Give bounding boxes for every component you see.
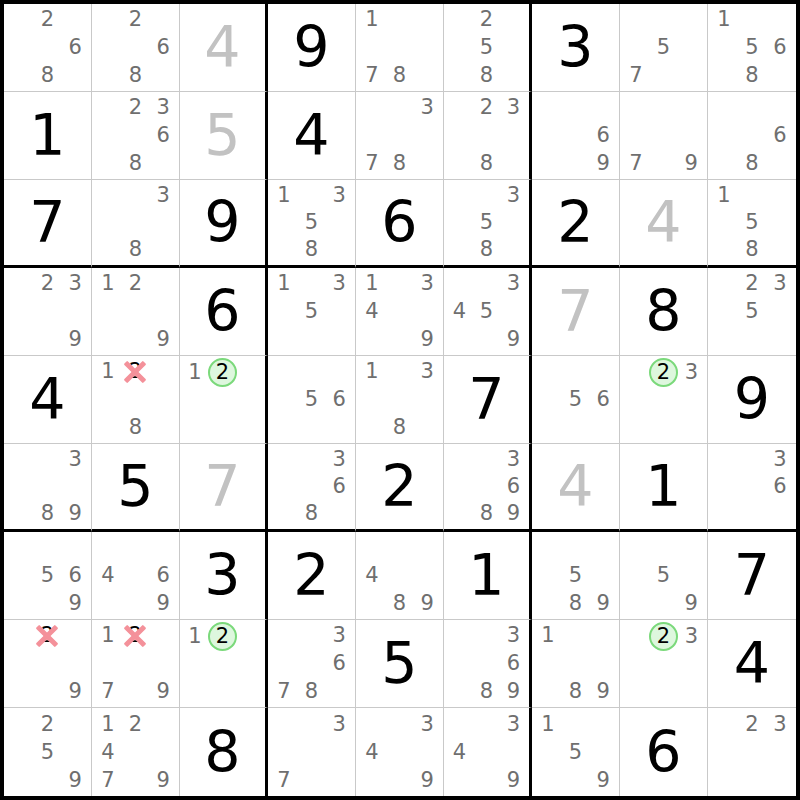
cell-r7c6[interactable]: 1 [444, 532, 532, 620]
candidate-9: 9 [61, 500, 89, 527]
cell-r5c7[interactable]: 56 [532, 356, 620, 444]
candidate-3: 3 [500, 446, 527, 473]
candidate-3: 3 [325, 182, 353, 209]
placed-digit: 7 [29, 194, 65, 251]
sudoku-board: 2682684917825835715681236854378238697968… [0, 0, 800, 800]
candidate-2: 2 [738, 270, 766, 298]
cell-r8c5[interactable]: 5 [356, 620, 444, 708]
candidate-9: 9 [149, 766, 177, 794]
candidate-9: 9 [413, 325, 441, 353]
candidate-8: 8 [386, 149, 414, 177]
placed-digit: 6 [204, 283, 240, 340]
candidate-2: 2 [122, 710, 150, 738]
candidate-1: 1 [270, 270, 298, 298]
cell-r6c8[interactable]: 1 [620, 444, 708, 532]
placed-digit: 8 [204, 724, 240, 781]
placed-digit: 2 [293, 547, 329, 604]
cell-r3c4[interactable]: 1358 [268, 180, 356, 268]
cell-r2c3[interactable]: 5 [180, 92, 268, 180]
candidate-3: 3 [413, 710, 441, 738]
candidate-3: 3 [413, 358, 441, 386]
candidate-6: 6 [61, 34, 89, 62]
candidate-4: 4 [94, 738, 122, 766]
candidate-grid: 178 [358, 6, 441, 89]
placed-digit: 2 [557, 194, 593, 251]
candidate-5: 5 [562, 738, 590, 766]
candidate-6: 6 [149, 562, 177, 590]
cell-r9c6[interactable]: 349 [444, 708, 532, 796]
candidate-5: 5 [650, 562, 678, 590]
candidate-5: 5 [473, 209, 500, 236]
cell-r4c5[interactable]: 1349 [356, 268, 444, 356]
candidate-8: 8 [122, 149, 150, 177]
candidate-grid: 3678 [270, 622, 353, 705]
candidate-1: 1 [94, 358, 122, 386]
cell-r5c6[interactable]: 7 [444, 356, 532, 444]
candidate-8: 8 [473, 677, 500, 705]
candidate-1: 1 [94, 710, 122, 738]
candidate-8: 8 [34, 500, 62, 527]
placed-digit: 8 [645, 283, 681, 340]
candidate-3: 3 [325, 446, 353, 473]
cell-r8c8[interactable]: 23 [620, 620, 708, 708]
candidate-5: 5 [34, 738, 62, 766]
candidate-3: 3 [678, 622, 705, 651]
candidate-2: 2 [208, 622, 237, 651]
candidate-7: 7 [94, 677, 122, 705]
candidate-2: 2 [122, 94, 150, 122]
cell-r8c9[interactable]: 4 [708, 620, 796, 708]
candidate-7: 7 [358, 149, 386, 177]
candidate-grid: 378 [358, 94, 441, 177]
cell-r4c9[interactable]: 235 [708, 268, 796, 356]
cell-r9c9[interactable]: 23 [708, 708, 796, 796]
placed-digit: 3 [557, 19, 593, 76]
cell-r6c7[interactable]: 4 [532, 444, 620, 532]
candidate-8: 8 [473, 149, 500, 177]
candidate-1: 1 [182, 622, 208, 651]
cell-r2c9[interactable]: 68 [708, 92, 796, 180]
candidate-2: 2 [34, 6, 62, 34]
cell-r5c1[interactable]: 4 [4, 356, 92, 444]
cell-r2c1[interactable]: 1 [4, 92, 92, 180]
candidate-9: 9 [413, 589, 441, 617]
cell-r2c2[interactable]: 2368 [92, 92, 180, 180]
circled-candidate: 2 [208, 358, 237, 387]
candidate-3: 3 [766, 710, 794, 738]
candidate-1: 1 [710, 6, 738, 34]
cell-r5c4[interactable]: 56 [268, 356, 356, 444]
candidate-1: 1 [270, 182, 298, 209]
placed-digit: 6 [645, 724, 681, 781]
candidate-6: 6 [325, 386, 353, 414]
candidate-8: 8 [122, 413, 150, 441]
candidate-9: 9 [500, 500, 527, 527]
candidate-3: 3 [325, 270, 353, 298]
cell-r6c3[interactable]: 7 [180, 444, 268, 532]
candidate-1: 1 [94, 622, 122, 650]
candidate-5: 5 [473, 298, 500, 326]
cell-r9c2[interactable]: 12479 [92, 708, 180, 796]
candidate-grid: 79 [622, 94, 705, 177]
solved-digit: 7 [204, 458, 240, 515]
candidate-1: 1 [358, 270, 386, 298]
placed-digit: 7 [734, 547, 770, 604]
cell-r1c1[interactable]: 268 [4, 4, 92, 92]
candidate-grid: 128 [94, 358, 177, 441]
candidate-3: 3 [500, 710, 527, 738]
candidate-grid: 129 [94, 270, 177, 353]
candidate-grid: 389 [6, 446, 89, 527]
candidate-3: 3 [413, 94, 441, 122]
candidate-2: 2 [34, 710, 62, 738]
placed-digit: 2 [381, 458, 417, 515]
candidate-6: 6 [61, 562, 89, 590]
candidate-5: 5 [473, 34, 500, 62]
candidate-grid: 2368 [94, 94, 177, 177]
placed-digit: 5 [381, 635, 417, 692]
placed-digit: 4 [293, 107, 329, 164]
candidate-3: 3 [766, 446, 794, 473]
placed-digit: 9 [734, 371, 770, 428]
cell-r8c2[interactable]: 1279 [92, 620, 180, 708]
solved-digit: 4 [645, 194, 681, 251]
candidate-grid: 69 [534, 94, 617, 177]
candidate-6: 6 [325, 473, 353, 500]
cell-r7c4[interactable]: 2 [268, 532, 356, 620]
cell-r3c8[interactable]: 4 [620, 180, 708, 268]
candidate-grid: 1568 [710, 6, 794, 89]
candidate-9: 9 [500, 766, 527, 794]
cell-r9c1[interactable]: 259 [4, 708, 92, 796]
placed-digit: 5 [117, 458, 153, 515]
candidate-9: 9 [413, 766, 441, 794]
cell-r1c6[interactable]: 258 [444, 4, 532, 92]
candidate-3: 3 [149, 94, 177, 122]
circled-candidate: 2 [649, 358, 678, 387]
candidate-grid: 569 [6, 534, 89, 617]
candidate-1: 1 [94, 270, 122, 298]
candidate-8: 8 [473, 61, 500, 89]
candidate-grid: 36 [710, 446, 794, 527]
candidate-9: 9 [500, 325, 527, 353]
candidate-3: 3 [413, 270, 441, 298]
cell-r1c8[interactable]: 57 [620, 4, 708, 92]
candidate-2: 2 [649, 622, 678, 651]
cell-r9c8[interactable]: 6 [620, 708, 708, 796]
cell-r7c7[interactable]: 589 [532, 532, 620, 620]
cell-r7c8[interactable]: 59 [620, 532, 708, 620]
cell-r1c2[interactable]: 268 [92, 4, 180, 92]
candidate-grid: 12 [182, 358, 263, 441]
cell-r9c3[interactable]: 8 [180, 708, 268, 796]
candidate-9: 9 [677, 589, 705, 617]
candidate-8: 8 [122, 236, 150, 263]
cell-r5c2[interactable]: 128 [92, 356, 180, 444]
cell-r3c5[interactable]: 6 [356, 180, 444, 268]
candidate-3: 3 [61, 270, 89, 298]
cell-r4c4[interactable]: 135 [268, 268, 356, 356]
candidate-grid: 3689 [446, 622, 527, 705]
candidate-9: 9 [61, 766, 89, 794]
candidate-grid: 589 [534, 534, 617, 617]
candidate-8: 8 [34, 61, 62, 89]
candidate-8: 8 [473, 500, 500, 527]
candidate-7: 7 [622, 61, 650, 89]
placed-digit: 7 [468, 371, 504, 428]
placed-digit: 4 [29, 371, 65, 428]
cell-r8c7[interactable]: 189 [532, 620, 620, 708]
candidate-9: 9 [61, 677, 89, 705]
candidate-2: 2 [34, 622, 62, 650]
candidate-9: 9 [61, 325, 89, 353]
candidate-grid: 1358 [270, 182, 353, 263]
placed-digit: 1 [29, 107, 65, 164]
cell-r7c1[interactable]: 569 [4, 532, 92, 620]
cell-r6c1[interactable]: 389 [4, 444, 92, 532]
cell-r4c8[interactable]: 8 [620, 268, 708, 356]
candidate-6: 6 [149, 34, 177, 62]
candidate-3: 3 [325, 622, 353, 650]
placed-digit: 1 [468, 547, 504, 604]
cell-r3c6[interactable]: 358 [444, 180, 532, 268]
cell-r7c5[interactable]: 489 [356, 532, 444, 620]
cell-r3c1[interactable]: 7 [4, 180, 92, 268]
candidate-grid: 37 [270, 710, 353, 794]
candidate-8: 8 [298, 677, 326, 705]
placed-digit: 1 [645, 458, 681, 515]
candidate-6: 6 [500, 650, 527, 678]
cell-r9c7[interactable]: 159 [532, 708, 620, 796]
solved-digit: 7 [557, 283, 593, 340]
solved-digit: 4 [557, 458, 593, 515]
candidate-9: 9 [61, 589, 89, 617]
cell-r6c2[interactable]: 5 [92, 444, 180, 532]
candidate-4: 4 [358, 298, 386, 326]
cell-r1c5[interactable]: 178 [356, 4, 444, 92]
candidate-7: 7 [358, 61, 386, 89]
candidate-7: 7 [94, 766, 122, 794]
cell-r6c5[interactable]: 2 [356, 444, 444, 532]
candidate-1: 1 [534, 710, 562, 738]
candidate-3: 3 [325, 710, 353, 738]
cell-r5c9[interactable]: 9 [708, 356, 796, 444]
cell-r5c8[interactable]: 23 [620, 356, 708, 444]
candidate-8: 8 [386, 61, 414, 89]
cell-r1c4[interactable]: 9 [268, 4, 356, 92]
candidate-grid: 68 [710, 94, 794, 177]
cell-r9c5[interactable]: 349 [356, 708, 444, 796]
cell-r3c9[interactable]: 158 [708, 180, 796, 268]
candidate-2: 2 [208, 358, 237, 387]
candidate-8: 8 [562, 677, 590, 705]
solved-digit: 5 [204, 107, 240, 164]
candidate-grid: 12479 [94, 710, 177, 794]
candidate-3: 3 [61, 446, 89, 473]
candidate-7: 7 [270, 677, 298, 705]
candidate-grid: 189 [534, 622, 617, 705]
cell-r2c7[interactable]: 69 [532, 92, 620, 180]
candidate-grid: 349 [446, 710, 527, 794]
candidate-8: 8 [122, 61, 150, 89]
cell-r9c4[interactable]: 37 [268, 708, 356, 796]
candidate-grid: 38 [94, 182, 177, 263]
candidate-2: 2 [649, 358, 678, 387]
candidate-2: 2 [473, 94, 500, 122]
candidate-9: 9 [149, 677, 177, 705]
candidate-1: 1 [358, 358, 386, 386]
placed-digit: 9 [204, 194, 240, 251]
candidate-grid: 59 [622, 534, 705, 617]
cell-r4c2[interactable]: 129 [92, 268, 180, 356]
cell-r2c6[interactable]: 238 [444, 92, 532, 180]
candidate-grid: 3689 [446, 446, 527, 527]
candidate-grid: 135 [270, 270, 353, 353]
candidate-9: 9 [589, 589, 617, 617]
cell-r8c6[interactable]: 3689 [444, 620, 532, 708]
placed-digit: 4 [734, 635, 770, 692]
cell-r8c3[interactable]: 12 [180, 620, 268, 708]
candidate-grid: 23 [622, 358, 705, 441]
candidate-grid: 238 [446, 94, 527, 177]
candidate-grid: 258 [446, 6, 527, 89]
candidate-1: 1 [710, 182, 738, 209]
candidate-9: 9 [589, 149, 617, 177]
candidate-2: 2 [34, 270, 62, 298]
candidate-9: 9 [589, 677, 617, 705]
placed-digit: 9 [293, 19, 329, 76]
candidate-7: 7 [270, 766, 298, 794]
cell-r4c3[interactable]: 6 [180, 268, 268, 356]
candidate-grid: 268 [94, 6, 177, 89]
candidate-grid: 489 [358, 534, 441, 617]
candidate-7: 7 [622, 149, 650, 177]
candidate-8: 8 [298, 236, 326, 263]
cell-r5c5[interactable]: 138 [356, 356, 444, 444]
candidate-9: 9 [149, 589, 177, 617]
candidate-grid: 56 [270, 358, 353, 441]
candidate-4: 4 [358, 562, 386, 590]
candidate-grid: 138 [358, 358, 441, 441]
candidate-9: 9 [589, 766, 617, 794]
cell-r2c4[interactable]: 4 [268, 92, 356, 180]
candidate-grid: 12 [182, 622, 263, 705]
circled-candidate: 2 [208, 622, 237, 651]
cell-r7c9[interactable]: 7 [708, 532, 796, 620]
candidate-5: 5 [298, 209, 326, 236]
cell-r3c3[interactable]: 9 [180, 180, 268, 268]
candidate-5: 5 [562, 386, 590, 414]
candidate-grid: 3459 [446, 270, 527, 353]
candidate-1: 1 [358, 6, 386, 34]
candidate-5: 5 [34, 562, 62, 590]
cell-r4c7[interactable]: 7 [532, 268, 620, 356]
candidate-6: 6 [589, 122, 617, 150]
candidate-6: 6 [149, 122, 177, 150]
cell-r2c8[interactable]: 79 [620, 92, 708, 180]
placed-digit: 6 [381, 194, 417, 251]
cell-r6c6[interactable]: 3689 [444, 444, 532, 532]
candidate-3: 3 [766, 270, 794, 298]
cell-r4c6[interactable]: 3459 [444, 268, 532, 356]
cell-r1c3[interactable]: 4 [180, 4, 268, 92]
candidate-2: 2 [122, 622, 150, 650]
candidate-8: 8 [738, 236, 766, 263]
candidate-3: 3 [149, 182, 177, 209]
cell-r6c4[interactable]: 368 [268, 444, 356, 532]
cell-r3c7[interactable]: 2 [532, 180, 620, 268]
candidate-8: 8 [738, 61, 766, 89]
cell-r7c2[interactable]: 469 [92, 532, 180, 620]
candidate-grid: 259 [6, 710, 89, 794]
circled-candidate: 2 [649, 622, 678, 651]
cell-r5c3[interactable]: 12 [180, 356, 268, 444]
candidate-3: 3 [500, 270, 527, 298]
candidate-6: 6 [766, 34, 794, 62]
cell-r7c3[interactable]: 3 [180, 532, 268, 620]
candidate-5: 5 [650, 34, 678, 62]
cell-r2c5[interactable]: 378 [356, 92, 444, 180]
candidate-9: 9 [677, 149, 705, 177]
candidate-grid: 23 [710, 710, 794, 794]
candidate-5: 5 [298, 298, 326, 326]
cell-r1c7[interactable]: 3 [532, 4, 620, 92]
candidate-3: 3 [500, 622, 527, 650]
cell-r8c4[interactable]: 3678 [268, 620, 356, 708]
candidate-2: 2 [738, 710, 766, 738]
candidate-5: 5 [562, 562, 590, 590]
candidate-2: 2 [122, 270, 150, 298]
candidate-grid: 159 [534, 710, 617, 794]
candidate-9: 9 [149, 325, 177, 353]
candidate-grid: 349 [358, 710, 441, 794]
candidate-grid: 56 [534, 358, 617, 441]
candidate-grid: 469 [94, 534, 177, 617]
candidate-1: 1 [534, 622, 562, 650]
candidate-4: 4 [94, 562, 122, 590]
candidate-grid: 23 [622, 622, 705, 705]
candidate-2: 2 [473, 6, 500, 34]
candidate-grid: 239 [6, 270, 89, 353]
candidate-grid: 368 [270, 446, 353, 527]
candidate-grid: 158 [710, 182, 794, 263]
candidate-3: 3 [500, 94, 527, 122]
cell-r3c2[interactable]: 38 [92, 180, 180, 268]
candidate-5: 5 [738, 209, 766, 236]
candidate-grid: 235 [710, 270, 794, 353]
cell-r6c9[interactable]: 36 [708, 444, 796, 532]
candidate-grid: 57 [622, 6, 705, 89]
cell-r4c1[interactable]: 239 [4, 268, 92, 356]
candidate-8: 8 [386, 589, 414, 617]
candidate-8: 8 [298, 500, 326, 527]
candidate-6: 6 [589, 386, 617, 414]
cell-r8c1[interactable]: 29 [4, 620, 92, 708]
candidate-3: 3 [678, 358, 705, 387]
candidate-3: 3 [500, 182, 527, 209]
candidate-grid: 1349 [358, 270, 441, 353]
candidate-8: 8 [562, 589, 590, 617]
candidate-8: 8 [386, 413, 414, 441]
candidate-8: 8 [738, 149, 766, 177]
candidate-6: 6 [766, 122, 794, 150]
candidate-2: 2 [122, 6, 150, 34]
candidate-2: 2 [122, 358, 150, 386]
solved-digit: 4 [204, 19, 240, 76]
candidate-6: 6 [325, 650, 353, 678]
cell-r1c9[interactable]: 1568 [708, 4, 796, 92]
candidate-6: 6 [766, 473, 794, 500]
